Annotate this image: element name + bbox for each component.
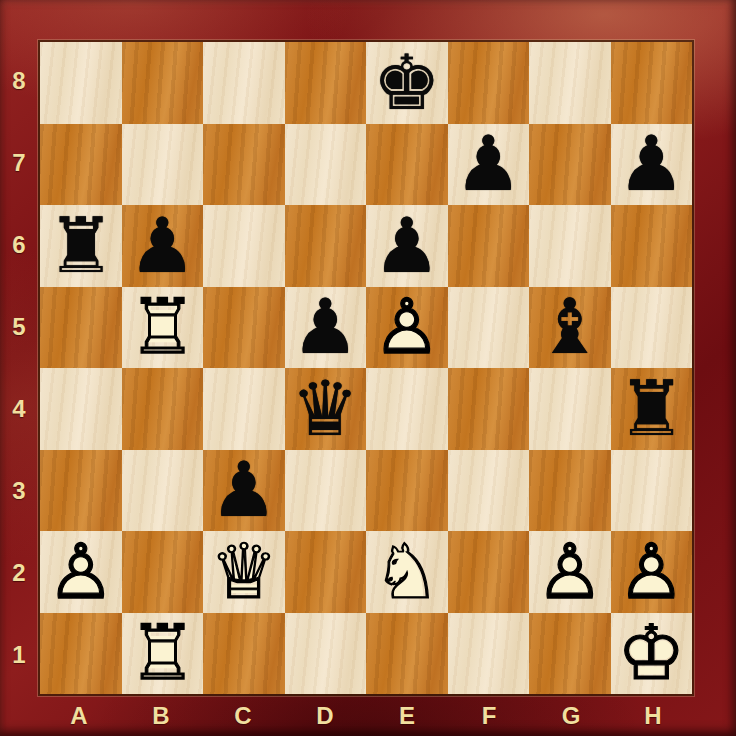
black-queen-icon: ♛ [285, 368, 367, 450]
square-f2[interactable] [448, 531, 530, 613]
chess-board-frame: ♚♟♟♜♟♟♜♖♟♟♙♝♛♜♟♟♙♛♕♞♘♟♙♟♙♜♖♚♔ 87654321 A… [0, 0, 736, 736]
square-d5[interactable]: ♟ [285, 287, 367, 369]
square-d7[interactable] [285, 124, 367, 206]
white-pawn-icon: ♟♙ [611, 531, 693, 613]
rank-label-1: 1 [0, 614, 38, 696]
black-pawn-icon: ♟ [122, 205, 204, 287]
file-label-h: H [612, 696, 694, 736]
square-a8[interactable] [40, 42, 122, 124]
square-c1[interactable] [203, 613, 285, 695]
square-b8[interactable] [122, 42, 204, 124]
file-label-g: G [530, 696, 612, 736]
square-b4[interactable] [122, 368, 204, 450]
square-d2[interactable] [285, 531, 367, 613]
white-queen-icon: ♛♕ [203, 531, 285, 613]
square-a7[interactable] [40, 124, 122, 206]
black-pawn-icon: ♟ [448, 124, 530, 206]
file-label-c: C [202, 696, 284, 736]
square-e2[interactable]: ♞♘ [366, 531, 448, 613]
file-label-d: D [284, 696, 366, 736]
square-b3[interactable] [122, 450, 204, 532]
black-king-icon: ♚ [366, 42, 448, 124]
black-rook-icon: ♜ [40, 205, 122, 287]
rank-label-2: 2 [0, 532, 38, 614]
file-label-f: F [448, 696, 530, 736]
black-bishop-icon: ♝ [529, 287, 611, 369]
square-c5[interactable] [203, 287, 285, 369]
white-king-icon: ♚♔ [611, 613, 693, 695]
square-c8[interactable] [203, 42, 285, 124]
square-d3[interactable] [285, 450, 367, 532]
square-h4[interactable]: ♜ [611, 368, 693, 450]
rank-label-6: 6 [0, 204, 38, 286]
square-h6[interactable] [611, 205, 693, 287]
file-label-a: A [38, 696, 120, 736]
file-label-b: B [120, 696, 202, 736]
square-f6[interactable] [448, 205, 530, 287]
square-e4[interactable] [366, 368, 448, 450]
rank-label-4: 4 [0, 368, 38, 450]
square-g5[interactable]: ♝ [529, 287, 611, 369]
white-rook-icon: ♜♖ [122, 287, 204, 369]
square-a6[interactable]: ♜ [40, 205, 122, 287]
square-b2[interactable] [122, 531, 204, 613]
square-h8[interactable] [611, 42, 693, 124]
file-labels: ABCDEFGH [38, 696, 694, 736]
black-pawn-icon: ♟ [285, 287, 367, 369]
square-h1[interactable]: ♚♔ [611, 613, 693, 695]
square-d8[interactable] [285, 42, 367, 124]
square-e1[interactable] [366, 613, 448, 695]
rank-label-8: 8 [0, 40, 38, 122]
white-pawn-icon: ♟♙ [40, 531, 122, 613]
square-f7[interactable]: ♟ [448, 124, 530, 206]
square-c6[interactable] [203, 205, 285, 287]
square-d1[interactable] [285, 613, 367, 695]
square-g3[interactable] [529, 450, 611, 532]
square-h3[interactable] [611, 450, 693, 532]
square-a4[interactable] [40, 368, 122, 450]
square-b5[interactable]: ♜♖ [122, 287, 204, 369]
rank-label-5: 5 [0, 286, 38, 368]
square-g1[interactable] [529, 613, 611, 695]
square-c7[interactable] [203, 124, 285, 206]
square-g8[interactable] [529, 42, 611, 124]
square-a1[interactable] [40, 613, 122, 695]
square-g7[interactable] [529, 124, 611, 206]
square-e7[interactable] [366, 124, 448, 206]
square-h2[interactable]: ♟♙ [611, 531, 693, 613]
square-g6[interactable] [529, 205, 611, 287]
white-rook-icon: ♜♖ [122, 613, 204, 695]
black-pawn-icon: ♟ [611, 124, 693, 206]
square-c3[interactable]: ♟ [203, 450, 285, 532]
square-a5[interactable] [40, 287, 122, 369]
square-c2[interactable]: ♛♕ [203, 531, 285, 613]
square-b6[interactable]: ♟ [122, 205, 204, 287]
square-f8[interactable] [448, 42, 530, 124]
rank-label-3: 3 [0, 450, 38, 532]
rank-label-7: 7 [0, 122, 38, 204]
square-b1[interactable]: ♜♖ [122, 613, 204, 695]
square-f3[interactable] [448, 450, 530, 532]
black-rook-icon: ♜ [611, 368, 693, 450]
white-knight-icon: ♞♘ [366, 531, 448, 613]
square-f5[interactable] [448, 287, 530, 369]
square-f1[interactable] [448, 613, 530, 695]
black-pawn-icon: ♟ [366, 205, 448, 287]
square-e8[interactable]: ♚ [366, 42, 448, 124]
square-b7[interactable] [122, 124, 204, 206]
square-f4[interactable] [448, 368, 530, 450]
rank-labels: 87654321 [0, 40, 38, 696]
black-pawn-icon: ♟ [203, 450, 285, 532]
square-e5[interactable]: ♟♙ [366, 287, 448, 369]
square-h7[interactable]: ♟ [611, 124, 693, 206]
file-label-e: E [366, 696, 448, 736]
square-a2[interactable]: ♟♙ [40, 531, 122, 613]
square-g2[interactable]: ♟♙ [529, 531, 611, 613]
square-g4[interactable] [529, 368, 611, 450]
square-a3[interactable] [40, 450, 122, 532]
square-h5[interactable] [611, 287, 693, 369]
white-pawn-icon: ♟♙ [366, 287, 448, 369]
square-d4[interactable]: ♛ [285, 368, 367, 450]
square-e3[interactable] [366, 450, 448, 532]
square-c4[interactable] [203, 368, 285, 450]
square-e6[interactable]: ♟ [366, 205, 448, 287]
square-d6[interactable] [285, 205, 367, 287]
white-pawn-icon: ♟♙ [529, 531, 611, 613]
chess-board: ♚♟♟♜♟♟♜♖♟♟♙♝♛♜♟♟♙♛♕♞♘♟♙♟♙♜♖♚♔ [38, 40, 694, 696]
